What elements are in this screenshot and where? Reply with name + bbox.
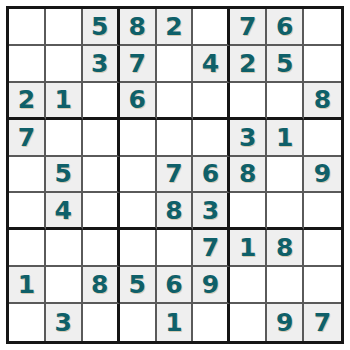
cell-r9c5[interactable]: 1 bbox=[157, 304, 194, 341]
cell-r4c3[interactable] bbox=[83, 120, 120, 157]
cell-r3c5[interactable] bbox=[157, 83, 194, 120]
cell-r8c6[interactable]: 9 bbox=[193, 267, 230, 304]
cell-r1c5[interactable]: 2 bbox=[157, 9, 194, 46]
cell-r6c7[interactable] bbox=[230, 193, 267, 230]
cell-r3c7[interactable] bbox=[230, 83, 267, 120]
cell-r6c6[interactable]: 3 bbox=[193, 193, 230, 230]
cell-r9c6[interactable] bbox=[193, 304, 230, 341]
cell-r9c9[interactable]: 7 bbox=[304, 304, 341, 341]
sudoku-board: 5827637425216873157689483718185693197 bbox=[6, 6, 344, 344]
cell-r4c8[interactable]: 1 bbox=[267, 120, 304, 157]
cell-r3c1[interactable]: 2 bbox=[9, 83, 46, 120]
cell-r2c7[interactable]: 2 bbox=[230, 46, 267, 83]
cell-r9c2[interactable]: 3 bbox=[46, 304, 83, 341]
cell-r3c4[interactable]: 6 bbox=[120, 83, 157, 120]
cell-r1c9[interactable] bbox=[304, 9, 341, 46]
cell-r4c7[interactable]: 3 bbox=[230, 120, 267, 157]
cell-r7c7[interactable]: 1 bbox=[230, 230, 267, 267]
cell-r3c2[interactable]: 1 bbox=[46, 83, 83, 120]
cell-r3c8[interactable] bbox=[267, 83, 304, 120]
cell-r2c9[interactable] bbox=[304, 46, 341, 83]
cell-r5c9[interactable]: 9 bbox=[304, 157, 341, 194]
cell-r2c8[interactable]: 5 bbox=[267, 46, 304, 83]
cell-r1c8[interactable]: 6 bbox=[267, 9, 304, 46]
cell-r4c9[interactable] bbox=[304, 120, 341, 157]
cell-r5c8[interactable] bbox=[267, 157, 304, 194]
cell-r1c3[interactable]: 5 bbox=[83, 9, 120, 46]
cell-r8c8[interactable] bbox=[267, 267, 304, 304]
cell-r5c4[interactable] bbox=[120, 157, 157, 194]
cell-r1c7[interactable]: 7 bbox=[230, 9, 267, 46]
cell-r7c3[interactable] bbox=[83, 230, 120, 267]
cell-r2c6[interactable]: 4 bbox=[193, 46, 230, 83]
cell-r2c1[interactable] bbox=[9, 46, 46, 83]
cell-r7c2[interactable] bbox=[46, 230, 83, 267]
cell-r8c1[interactable]: 1 bbox=[9, 267, 46, 304]
cell-r1c1[interactable] bbox=[9, 9, 46, 46]
cell-r8c5[interactable]: 6 bbox=[157, 267, 194, 304]
cell-r9c4[interactable] bbox=[120, 304, 157, 341]
cell-r1c4[interactable]: 8 bbox=[120, 9, 157, 46]
cell-r6c3[interactable] bbox=[83, 193, 120, 230]
cell-r1c6[interactable] bbox=[193, 9, 230, 46]
cell-r8c3[interactable]: 8 bbox=[83, 267, 120, 304]
cell-r2c4[interactable]: 7 bbox=[120, 46, 157, 83]
cell-r9c1[interactable] bbox=[9, 304, 46, 341]
cell-r5c1[interactable] bbox=[9, 157, 46, 194]
cell-r7c6[interactable]: 7 bbox=[193, 230, 230, 267]
cell-r8c4[interactable]: 5 bbox=[120, 267, 157, 304]
cell-r7c4[interactable] bbox=[120, 230, 157, 267]
cell-r8c7[interactable] bbox=[230, 267, 267, 304]
cell-r6c5[interactable]: 8 bbox=[157, 193, 194, 230]
cell-r4c6[interactable] bbox=[193, 120, 230, 157]
cell-r3c3[interactable] bbox=[83, 83, 120, 120]
cell-r7c8[interactable]: 8 bbox=[267, 230, 304, 267]
cell-r8c2[interactable] bbox=[46, 267, 83, 304]
cell-r4c5[interactable] bbox=[157, 120, 194, 157]
cell-r9c8[interactable]: 9 bbox=[267, 304, 304, 341]
cell-r7c1[interactable] bbox=[9, 230, 46, 267]
cell-r6c8[interactable] bbox=[267, 193, 304, 230]
cell-r3c9[interactable]: 8 bbox=[304, 83, 341, 120]
cell-r1c2[interactable] bbox=[46, 9, 83, 46]
cell-r6c1[interactable] bbox=[9, 193, 46, 230]
cell-r4c1[interactable]: 7 bbox=[9, 120, 46, 157]
cell-r9c3[interactable] bbox=[83, 304, 120, 341]
cell-r3c6[interactable] bbox=[193, 83, 230, 120]
cell-r2c5[interactable] bbox=[157, 46, 194, 83]
cell-r5c6[interactable]: 6 bbox=[193, 157, 230, 194]
cell-r2c3[interactable]: 3 bbox=[83, 46, 120, 83]
cell-r4c4[interactable] bbox=[120, 120, 157, 157]
cell-r5c5[interactable]: 7 bbox=[157, 157, 194, 194]
cell-r8c9[interactable] bbox=[304, 267, 341, 304]
cell-r2c2[interactable] bbox=[46, 46, 83, 83]
cell-r7c9[interactable] bbox=[304, 230, 341, 267]
cell-r5c3[interactable] bbox=[83, 157, 120, 194]
cell-r6c4[interactable] bbox=[120, 193, 157, 230]
cell-r5c7[interactable]: 8 bbox=[230, 157, 267, 194]
cell-r6c9[interactable] bbox=[304, 193, 341, 230]
cell-r4c2[interactable] bbox=[46, 120, 83, 157]
cell-r9c7[interactable] bbox=[230, 304, 267, 341]
cell-r6c2[interactable]: 4 bbox=[46, 193, 83, 230]
cell-r7c5[interactable] bbox=[157, 230, 194, 267]
cell-r5c2[interactable]: 5 bbox=[46, 157, 83, 194]
